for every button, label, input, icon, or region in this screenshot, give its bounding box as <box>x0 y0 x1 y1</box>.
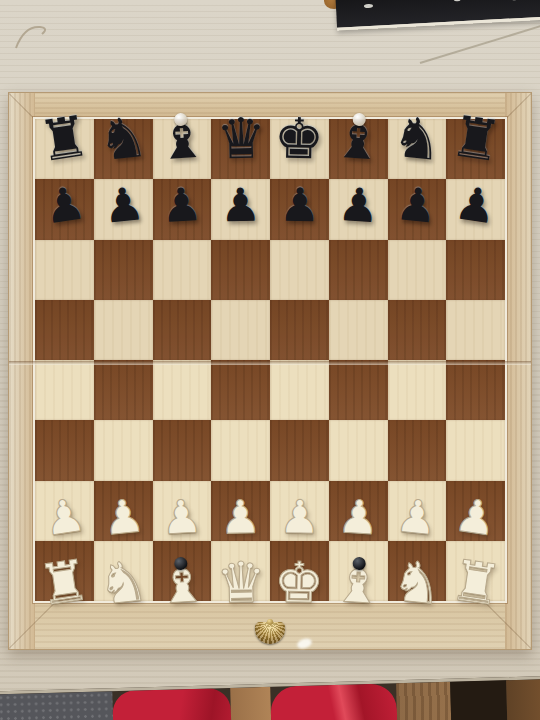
square-g5 <box>388 300 447 360</box>
black-pawn: ♟ <box>452 180 500 232</box>
square-a2: ♟ <box>35 481 94 541</box>
white-pawn: ♟ <box>100 492 146 542</box>
chair-leg <box>396 682 452 720</box>
square-h5 <box>446 300 505 360</box>
chess-board: ♜♞♝♛♚♝♞♜♟♟♟♟♟♟♟♟♟♟♟♟♟♟♟♟♜♞♝♛♚♝♞♜ <box>8 92 532 650</box>
square-a4 <box>35 360 94 420</box>
square-d4 <box>211 360 270 420</box>
square-g4 <box>388 360 447 420</box>
square-e1: ♚ <box>270 541 329 601</box>
square-g1: ♞ <box>388 541 447 601</box>
square-d2: ♟ <box>211 481 270 541</box>
fold-seam <box>9 361 531 365</box>
square-e2: ♟ <box>270 481 329 541</box>
black-ball-finial <box>352 557 366 571</box>
square-a8: ♜ <box>35 119 94 179</box>
square-h7: ♟ <box>446 179 505 239</box>
black-bishop: ♝ <box>155 110 209 169</box>
white-pawn: ♟ <box>336 492 380 540</box>
white-pawn: ♟ <box>394 492 440 542</box>
black-pawn: ♟ <box>41 180 89 232</box>
black-pawn: ♟ <box>336 181 380 229</box>
white-pawn: ♟ <box>220 493 262 540</box>
board-frame-left <box>9 93 35 649</box>
square-c5 <box>153 300 212 360</box>
square-d7: ♟ <box>211 179 270 239</box>
dark-shadow <box>450 680 508 720</box>
white-pawn: ♟ <box>278 493 320 540</box>
square-e7: ♟ <box>270 179 329 239</box>
black-pawn: ♟ <box>220 182 262 229</box>
square-f6 <box>329 240 388 300</box>
square-b3 <box>94 420 153 480</box>
square-b7: ♟ <box>94 179 153 239</box>
white-pawn: ♟ <box>452 491 500 543</box>
board-squares: ♜♞♝♛♚♝♞♜♟♟♟♟♟♟♟♟♟♟♟♟♟♟♟♟♜♞♝♛♚♝♞♜ <box>35 119 505 601</box>
square-b1: ♞ <box>94 541 153 601</box>
square-c1: ♝ <box>153 541 212 601</box>
square-b5 <box>94 300 153 360</box>
square-f4 <box>329 360 388 420</box>
white-pawn: ♟ <box>41 491 89 543</box>
black-queen: ♛ <box>215 111 266 168</box>
square-b2: ♟ <box>94 481 153 541</box>
wood-corner <box>506 679 540 720</box>
square-d1: ♛ <box>211 541 270 601</box>
square-b8: ♞ <box>94 119 153 179</box>
black-bishop: ♝ <box>331 110 385 169</box>
square-f1: ♝ <box>329 541 388 601</box>
square-g7: ♟ <box>388 179 447 239</box>
square-c4 <box>153 360 212 420</box>
black-pawn: ♟ <box>394 180 440 230</box>
square-d8: ♛ <box>211 119 270 179</box>
black-king: ♚ <box>274 111 325 168</box>
square-b4 <box>94 360 153 420</box>
square-c3 <box>153 420 212 480</box>
square-e8: ♚ <box>270 119 329 179</box>
square-d5 <box>211 300 270 360</box>
square-e5 <box>270 300 329 360</box>
black-ball-finial <box>174 557 188 571</box>
square-h3 <box>446 420 505 480</box>
reflection-speck <box>454 0 461 1</box>
square-d3 <box>211 420 270 480</box>
photo-scene: ♜♞♝♛♚♝♞♜♟♟♟♟♟♟♟♟♟♟♟♟♟♟♟♟♜♞♝♛♚♝♞♜ <box>0 0 540 720</box>
square-g2: ♟ <box>388 481 447 541</box>
square-h1: ♜ <box>446 541 505 601</box>
square-a6 <box>35 240 94 300</box>
white-pawn: ♟ <box>160 492 204 540</box>
wood-gap <box>230 687 272 720</box>
square-c6 <box>153 240 212 300</box>
square-g3 <box>388 420 447 480</box>
square-b6 <box>94 240 153 300</box>
board-frame-top <box>9 93 531 119</box>
square-c7: ♟ <box>153 179 212 239</box>
square-e3 <box>270 420 329 480</box>
reflection-speck <box>364 4 373 8</box>
square-a7: ♟ <box>35 179 94 239</box>
square-a5 <box>35 300 94 360</box>
square-a1: ♜ <box>35 541 94 601</box>
square-d6 <box>211 240 270 300</box>
square-h2: ♟ <box>446 481 505 541</box>
gray-carpet <box>0 691 114 720</box>
square-f5 <box>329 300 388 360</box>
square-f8: ♝ <box>329 119 388 179</box>
square-f7: ♟ <box>329 179 388 239</box>
square-a3 <box>35 420 94 480</box>
square-h4 <box>446 360 505 420</box>
square-c2: ♟ <box>153 481 212 541</box>
square-c8: ♝ <box>153 119 212 179</box>
square-g8: ♞ <box>388 119 447 179</box>
square-e4 <box>270 360 329 420</box>
red-fabric-left <box>112 688 232 720</box>
square-h6 <box>446 240 505 300</box>
scratch-mark <box>8 16 78 58</box>
square-e6 <box>270 240 329 300</box>
square-f3 <box>329 420 388 480</box>
square-f2: ♟ <box>329 481 388 541</box>
black-pawn: ♟ <box>100 180 146 230</box>
square-g6 <box>388 240 447 300</box>
square-h8: ♜ <box>446 119 505 179</box>
black-pawn: ♟ <box>278 182 320 229</box>
board-frame-right <box>505 93 531 649</box>
black-pawn: ♟ <box>160 181 204 229</box>
red-fabric-right <box>270 683 398 720</box>
